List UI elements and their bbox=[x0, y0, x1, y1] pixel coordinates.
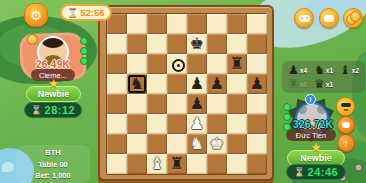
square-f7[interactable] bbox=[207, 34, 227, 54]
square-h8[interactable] bbox=[247, 14, 267, 34]
square-c2[interactable] bbox=[147, 134, 167, 154]
table-bet: Bet: 1,000 bbox=[16, 170, 90, 182]
square-h5[interactable]: ♟ bbox=[247, 74, 267, 94]
table-info: BTH Table 00 Bet: 1,000 bbox=[16, 145, 90, 183]
coins-button[interactable] bbox=[343, 8, 363, 28]
gear-icon: ⚙ bbox=[30, 9, 42, 22]
captured-piece-icon: ♟ bbox=[288, 64, 299, 77]
square-b5[interactable]: ♞ bbox=[127, 74, 147, 94]
captured-piece-icon: ♝ bbox=[340, 64, 351, 77]
sunglasses-icon bbox=[341, 103, 351, 107]
hourglass-icon: ⌛ bbox=[67, 8, 78, 18]
square-d2[interactable] bbox=[167, 134, 187, 154]
square-b2[interactable] bbox=[127, 134, 147, 154]
black-pawn: ♟ bbox=[247, 74, 267, 94]
player-rank-label: Newbie bbox=[300, 153, 332, 163]
opponent-rank-label: Newbie bbox=[38, 89, 70, 99]
square-c3[interactable] bbox=[147, 114, 167, 134]
square-e3[interactable]: ♟ bbox=[187, 114, 207, 134]
board-frame: ♚♜♞♟♟♟♟♟♞♚♝♜ bbox=[98, 5, 274, 181]
chess-board: ♚♜♞♟♟♟♟♟♞♚♝♜ bbox=[106, 13, 266, 175]
selection-highlight bbox=[128, 75, 146, 93]
lily-decoration bbox=[2, 162, 14, 172]
square-e5[interactable]: ♟ bbox=[187, 74, 207, 94]
square-g4[interactable] bbox=[227, 94, 247, 114]
square-f6[interactable] bbox=[207, 54, 227, 74]
square-a2[interactable] bbox=[107, 134, 127, 154]
square-b8[interactable] bbox=[127, 14, 147, 34]
square-e4[interactable]: ♟ bbox=[187, 94, 207, 114]
match-timer: ⌛ 52:56 bbox=[60, 4, 112, 21]
captured-bp: ♟x4 bbox=[288, 64, 307, 77]
white-knight: ♞ bbox=[187, 134, 207, 154]
square-e7[interactable]: ♚ bbox=[187, 34, 207, 54]
square-h7[interactable] bbox=[247, 34, 267, 54]
up-arrow-icon: ↑ bbox=[343, 138, 349, 149]
square-d4[interactable] bbox=[167, 94, 187, 114]
square-a6[interactable] bbox=[107, 54, 127, 74]
square-d6[interactable] bbox=[167, 54, 187, 74]
opponent-timer: ⌛ 28:12 bbox=[24, 102, 82, 118]
square-h3[interactable] bbox=[247, 114, 267, 134]
square-f1[interactable] bbox=[207, 154, 227, 174]
status-dot bbox=[80, 47, 88, 55]
square-c8[interactable] bbox=[147, 14, 167, 34]
captured-piece-icon: ♞ bbox=[314, 64, 325, 77]
opponent-timer-value: 28:12 bbox=[45, 104, 76, 116]
square-g3[interactable] bbox=[227, 114, 247, 134]
game-screen: ♚♜♞♟♟♟♟♟♞♚♝♜ ⚙ ⌛ 52:56 26.49K Cleme... ★… bbox=[0, 0, 366, 183]
move-target-indicator bbox=[172, 59, 185, 72]
match-timer-value: 52:56 bbox=[80, 7, 104, 18]
emoji-button[interactable] bbox=[336, 97, 355, 116]
upgrade-button[interactable]: ↑ bbox=[337, 134, 355, 152]
captured-count: x1 bbox=[326, 81, 333, 88]
white-bishop: ♝ bbox=[147, 154, 167, 174]
captured-count: x1 bbox=[326, 67, 333, 74]
square-e2[interactable]: ♞ bbox=[187, 134, 207, 154]
square-g7[interactable] bbox=[227, 34, 247, 54]
square-a1[interactable] bbox=[107, 154, 127, 174]
square-a5[interactable] bbox=[107, 74, 127, 94]
square-c1[interactable]: ♝ bbox=[147, 154, 167, 174]
square-h1[interactable] bbox=[247, 154, 267, 174]
square-c5[interactable] bbox=[147, 74, 167, 94]
captured-count: x0 bbox=[300, 81, 307, 88]
star-icon: ★ bbox=[49, 78, 58, 89]
square-g5[interactable] bbox=[227, 74, 247, 94]
black-rook: ♜ bbox=[167, 154, 187, 174]
square-b3[interactable] bbox=[127, 114, 147, 134]
square-d8[interactable] bbox=[167, 14, 187, 34]
black-rook: ♜ bbox=[227, 54, 247, 74]
captured-count: x4 bbox=[300, 67, 307, 74]
square-g6[interactable]: ♜ bbox=[227, 54, 247, 74]
captured-piece-icon: ♜ bbox=[288, 78, 299, 91]
square-f2[interactable]: ♚ bbox=[207, 134, 227, 154]
square-d3[interactable] bbox=[167, 114, 187, 134]
player-name: Đức Tiến bbox=[286, 129, 336, 141]
white-king: ♚ bbox=[207, 134, 227, 154]
black-pawn: ♟ bbox=[187, 74, 207, 94]
hourglass-icon: ⌛ bbox=[31, 105, 43, 115]
flower-decoration bbox=[356, 165, 361, 170]
square-a3[interactable] bbox=[107, 114, 127, 134]
square-f8[interactable] bbox=[207, 14, 227, 34]
square-f4[interactable] bbox=[207, 94, 227, 114]
square-c6[interactable] bbox=[147, 54, 167, 74]
captured-pieces-tray: ♟x4♞x1♝x2♜x0♛x1 bbox=[282, 61, 365, 93]
black-pawn: ♟ bbox=[187, 94, 207, 114]
captured-count: x2 bbox=[352, 67, 359, 74]
square-h6[interactable] bbox=[247, 54, 267, 74]
square-d7[interactable] bbox=[167, 34, 187, 54]
square-e1[interactable] bbox=[187, 154, 207, 174]
captured-bb: ♝x2 bbox=[340, 64, 359, 77]
square-g1[interactable] bbox=[227, 154, 247, 174]
square-f5[interactable]: ♟ bbox=[207, 74, 227, 94]
square-g2[interactable] bbox=[227, 134, 247, 154]
chat-bubble-icon bbox=[324, 15, 334, 22]
captured-piece-icon: ♛ bbox=[314, 78, 325, 91]
info-badge-icon[interactable]: i bbox=[305, 94, 316, 105]
table-number: Table 00 bbox=[16, 159, 90, 171]
status-dot bbox=[283, 103, 291, 111]
opponent-rank-badge: ★ Newbie bbox=[26, 86, 81, 102]
square-h4[interactable] bbox=[247, 94, 267, 114]
star-icon: ★ bbox=[312, 142, 321, 153]
avatar-ear bbox=[298, 105, 307, 114]
hourglass-icon: ⌛ bbox=[294, 167, 306, 177]
captured-bq: ♛x1 bbox=[314, 78, 333, 91]
square-d5[interactable] bbox=[167, 74, 187, 94]
avatar-hair bbox=[42, 36, 64, 48]
white-pawn: ♟ bbox=[187, 114, 207, 134]
square-g8[interactable] bbox=[227, 14, 247, 34]
settings-button[interactable]: ⚙ bbox=[24, 3, 48, 27]
square-c4[interactable] bbox=[147, 94, 167, 114]
medal-icon bbox=[27, 34, 38, 45]
square-b7[interactable] bbox=[127, 34, 147, 54]
captured-bn: ♞x1 bbox=[314, 64, 333, 77]
captured-br: ♜x0 bbox=[288, 78, 307, 91]
square-a7[interactable] bbox=[107, 34, 127, 54]
square-b1[interactable] bbox=[127, 154, 147, 174]
chat-button[interactable] bbox=[319, 8, 339, 28]
square-e6[interactable] bbox=[187, 54, 207, 74]
square-a4[interactable] bbox=[107, 94, 127, 114]
black-king: ♚ bbox=[187, 34, 207, 54]
black-pawn: ♟ bbox=[207, 74, 227, 94]
coin-icon bbox=[350, 11, 361, 22]
status-dot bbox=[80, 37, 88, 45]
square-b6[interactable] bbox=[127, 54, 147, 74]
player-timer-value: 24:46 bbox=[308, 166, 339, 178]
table-code: BTH bbox=[16, 147, 90, 159]
square-d1[interactable]: ♜ bbox=[167, 154, 187, 174]
mouth-icon bbox=[343, 109, 348, 111]
square-e8[interactable] bbox=[187, 14, 207, 34]
player-timer: ⌛ 24:46 bbox=[286, 164, 346, 180]
square-c7[interactable] bbox=[147, 34, 167, 54]
gamepad-icon bbox=[299, 15, 310, 22]
square-b4[interactable] bbox=[127, 94, 147, 114]
minigames-button[interactable] bbox=[294, 8, 314, 28]
square-f3[interactable] bbox=[207, 114, 227, 134]
square-h2[interactable] bbox=[247, 134, 267, 154]
